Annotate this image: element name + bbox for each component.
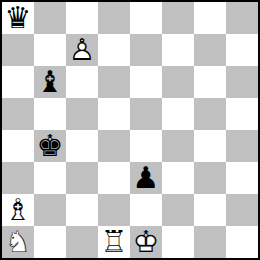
square-h8[interactable]: [226, 2, 258, 34]
white-king-icon: ♔: [130, 226, 162, 258]
piece-white-knight[interactable]: ♞♘: [2, 226, 34, 258]
square-e6[interactable]: [130, 66, 162, 98]
square-e3[interactable]: ♟: [130, 162, 162, 194]
square-h4[interactable]: [226, 130, 258, 162]
piece-black-queen[interactable]: ♛: [2, 2, 34, 34]
square-c3[interactable]: [66, 162, 98, 194]
piece-black-bishop[interactable]: ♝: [34, 66, 66, 98]
square-f5[interactable]: [162, 98, 194, 130]
square-g8[interactable]: [194, 2, 226, 34]
square-b8[interactable]: [34, 2, 66, 34]
square-d4[interactable]: [98, 130, 130, 162]
piece-black-king[interactable]: ♚: [34, 130, 66, 162]
square-e8[interactable]: [130, 2, 162, 34]
square-d3[interactable]: [98, 162, 130, 194]
square-a4[interactable]: [2, 130, 34, 162]
square-b6[interactable]: ♝: [34, 66, 66, 98]
square-b4[interactable]: ♚: [34, 130, 66, 162]
square-f1[interactable]: [162, 226, 194, 258]
square-e1[interactable]: ♚♔: [130, 226, 162, 258]
square-d5[interactable]: [98, 98, 130, 130]
square-d6[interactable]: [98, 66, 130, 98]
white-bishop-icon: ♗: [2, 194, 34, 226]
square-h2[interactable]: [226, 194, 258, 226]
piece-white-rook[interactable]: ♜♖: [98, 226, 130, 258]
square-f7[interactable]: [162, 34, 194, 66]
square-b3[interactable]: [34, 162, 66, 194]
piece-white-pawn[interactable]: ♟♙: [66, 34, 98, 66]
square-a1[interactable]: ♞♘: [2, 226, 34, 258]
square-h1[interactable]: [226, 226, 258, 258]
square-f4[interactable]: [162, 130, 194, 162]
square-f3[interactable]: [162, 162, 194, 194]
piece-white-bishop[interactable]: ♝♗: [2, 194, 34, 226]
square-c4[interactable]: [66, 130, 98, 162]
square-g3[interactable]: [194, 162, 226, 194]
square-e2[interactable]: [130, 194, 162, 226]
square-g5[interactable]: [194, 98, 226, 130]
square-e7[interactable]: [130, 34, 162, 66]
square-d2[interactable]: [98, 194, 130, 226]
square-d8[interactable]: [98, 2, 130, 34]
square-d7[interactable]: [98, 34, 130, 66]
square-h6[interactable]: [226, 66, 258, 98]
square-b5[interactable]: [34, 98, 66, 130]
black-bishop-icon: ♝: [34, 66, 66, 98]
square-h7[interactable]: [226, 34, 258, 66]
square-h3[interactable]: [226, 162, 258, 194]
square-f2[interactable]: [162, 194, 194, 226]
square-e5[interactable]: [130, 98, 162, 130]
square-c6[interactable]: [66, 66, 98, 98]
black-queen-icon: ♛: [2, 2, 34, 34]
square-a6[interactable]: [2, 66, 34, 98]
square-c7[interactable]: ♟♙: [66, 34, 98, 66]
piece-white-king[interactable]: ♚♔: [130, 226, 162, 258]
square-c5[interactable]: [66, 98, 98, 130]
square-c2[interactable]: [66, 194, 98, 226]
square-g2[interactable]: [194, 194, 226, 226]
square-g1[interactable]: [194, 226, 226, 258]
piece-black-pawn[interactable]: ♟: [130, 162, 162, 194]
white-pawn-icon: ♙: [66, 34, 98, 66]
square-a2[interactable]: ♝♗: [2, 194, 34, 226]
square-c1[interactable]: [66, 226, 98, 258]
square-f8[interactable]: [162, 2, 194, 34]
square-h5[interactable]: [226, 98, 258, 130]
square-g6[interactable]: [194, 66, 226, 98]
square-c8[interactable]: [66, 2, 98, 34]
square-a7[interactable]: [2, 34, 34, 66]
black-pawn-icon: ♟: [130, 162, 162, 194]
white-rook-icon: ♖: [98, 226, 130, 258]
square-e4[interactable]: [130, 130, 162, 162]
square-f6[interactable]: [162, 66, 194, 98]
square-g7[interactable]: [194, 34, 226, 66]
square-a5[interactable]: [2, 98, 34, 130]
square-d1[interactable]: ♜♖: [98, 226, 130, 258]
square-a8[interactable]: ♛: [2, 2, 34, 34]
chess-board: ♛♟♙♝♚♟♝♗♞♘♜♖♚♔: [0, 0, 260, 260]
black-king-icon: ♚: [34, 130, 66, 162]
square-b1[interactable]: [34, 226, 66, 258]
white-knight-icon: ♘: [2, 226, 34, 258]
square-a3[interactable]: [2, 162, 34, 194]
square-b7[interactable]: [34, 34, 66, 66]
square-b2[interactable]: [34, 194, 66, 226]
square-g4[interactable]: [194, 130, 226, 162]
